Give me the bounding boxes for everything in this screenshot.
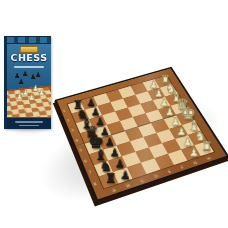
board-square bbox=[107, 121, 125, 135]
box-art-white-piece: ♟ bbox=[16, 93, 23, 101]
box-art-pieces: ♟♟♟♟♟♟♟♟♟♟ bbox=[7, 69, 51, 118]
rank-label: 7 bbox=[88, 170, 93, 175]
box-subtitle-text bbox=[14, 66, 44, 68]
box-lid-edge bbox=[7, 37, 51, 44]
board-square: ♟ bbox=[169, 125, 188, 139]
file-label: H bbox=[206, 156, 212, 161]
box-art-black-piece: ♟ bbox=[18, 79, 24, 86]
white-pawn: ♟ bbox=[176, 126, 186, 137]
box-art-black-piece: ♟ bbox=[22, 71, 28, 78]
white-pawn: ♟ bbox=[165, 106, 174, 116]
file-label: F bbox=[180, 165, 185, 170]
black-pawn: ♟ bbox=[100, 126, 110, 137]
file-label: B bbox=[125, 183, 130, 188]
rank-label: 6 bbox=[83, 159, 88, 164]
box-art-white-piece: ♟ bbox=[28, 94, 35, 102]
box-bottom-band bbox=[7, 117, 51, 129]
box-art-white-piece: ♟ bbox=[38, 89, 45, 97]
box-band-text bbox=[19, 125, 39, 127]
white-knight: ♞ bbox=[194, 129, 206, 142]
box-art: ♟♟♟♟♟♟♟♟♟♟ bbox=[7, 69, 51, 118]
black-pawn: ♟ bbox=[91, 106, 100, 116]
product-photo: ♜♟♟♜♞♟♟♞♝♟♟♝♛♟♟♛♚♟♟♚♝♟♟♝♞♟♟♞♜♟♟♜ ABCDEFG… bbox=[0, 0, 228, 228]
box-band-text bbox=[15, 121, 43, 123]
box-title: CHESS bbox=[7, 52, 51, 63]
file-label: C bbox=[139, 178, 144, 183]
rank-label: 2 bbox=[66, 118, 70, 122]
file-label: D bbox=[153, 173, 159, 178]
rank-label: 8 bbox=[92, 181, 97, 186]
game-box: CHESS ♟♟♟♟♟♟♟♟♟♟ bbox=[4, 36, 51, 129]
box-art-black-piece: ♟ bbox=[35, 72, 41, 79]
rank-label: 5 bbox=[79, 148, 83, 153]
rank-label: 4 bbox=[74, 138, 78, 143]
file-label: G bbox=[193, 160, 199, 165]
black-pawn: ♟ bbox=[110, 147, 120, 158]
file-label: A bbox=[111, 187, 116, 192]
file-label: E bbox=[167, 169, 172, 174]
rank-label: 1 bbox=[62, 109, 66, 113]
white-rook: ♜ bbox=[201, 141, 212, 154]
rank-label: 3 bbox=[70, 128, 74, 132]
